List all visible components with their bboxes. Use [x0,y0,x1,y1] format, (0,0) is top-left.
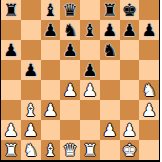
square-a8[interactable]: ♜ [1,0,21,20]
square-e7[interactable]: ♝ [80,20,100,40]
square-h5[interactable] [139,60,159,80]
square-g2[interactable]: ♟ [120,120,140,140]
piece-black-pawn[interactable]: ♟ [43,22,58,39]
chess-board-frame: ♜♝♛♜♚♟♞♝♟♟♟♟♟♞♟♟♟♟♞♝♟♟♟♟♟♟♜♞♝♛♜♚ [0,0,162,162]
piece-white-pawn[interactable]: ♟ [102,122,117,139]
square-b5[interactable]: ♟ [21,60,41,80]
square-b8[interactable] [21,0,41,20]
piece-black-knight[interactable]: ♞ [102,42,117,59]
piece-black-pawn[interactable]: ♟ [122,22,137,39]
piece-black-pawn[interactable]: ♟ [142,22,157,39]
piece-black-king[interactable]: ♚ [122,2,137,19]
square-h4[interactable]: ♞ [139,80,159,100]
square-e6[interactable] [80,40,100,60]
piece-black-bishop[interactable]: ♝ [43,2,58,19]
square-e3[interactable] [80,100,100,120]
square-d6[interactable]: ♟ [60,40,80,60]
piece-black-pawn[interactable]: ♟ [63,42,78,59]
square-f7[interactable]: ♟ [100,20,120,40]
square-d4[interactable]: ♟ [60,80,80,100]
piece-white-pawn[interactable]: ♟ [122,122,137,139]
piece-white-knight[interactable]: ♞ [142,82,157,99]
chess-board: ♜♝♛♜♚♟♞♝♟♟♟♟♟♞♟♟♟♟♞♝♟♟♟♟♟♟♜♞♝♛♜♚ [1,0,159,160]
square-b3[interactable]: ♝ [21,100,41,120]
square-a2[interactable]: ♟ [1,120,21,140]
square-d2[interactable] [60,120,80,140]
square-f3[interactable] [100,100,120,120]
square-g7[interactable]: ♟ [120,20,140,40]
piece-white-queen[interactable]: ♛ [63,142,78,159]
square-a7[interactable] [1,20,21,40]
square-a6[interactable]: ♟ [1,40,21,60]
square-g8[interactable]: ♚ [120,0,140,20]
square-g5[interactable] [120,60,140,80]
piece-black-rook[interactable]: ♜ [3,2,18,19]
square-h8[interactable] [139,0,159,20]
square-h7[interactable]: ♟ [139,20,159,40]
piece-black-queen[interactable]: ♛ [63,2,78,19]
piece-black-pawn[interactable]: ♟ [102,22,117,39]
square-d5[interactable] [60,60,80,80]
right-edge-strip [160,0,162,162]
square-a4[interactable] [1,80,21,100]
square-f1[interactable] [100,140,120,160]
square-g4[interactable] [120,80,140,100]
square-b1[interactable]: ♞ [21,140,41,160]
square-f5[interactable] [100,60,120,80]
square-a3[interactable] [1,100,21,120]
square-h3[interactable]: ♟ [139,100,159,120]
square-f4[interactable] [100,80,120,100]
piece-white-pawn[interactable]: ♟ [43,102,58,119]
square-e8[interactable] [80,0,100,20]
square-c1[interactable]: ♝ [41,140,61,160]
square-c5[interactable] [41,60,61,80]
piece-black-pawn[interactable]: ♟ [23,62,38,79]
square-b4[interactable] [21,80,41,100]
piece-black-rook[interactable]: ♜ [102,2,117,19]
piece-white-pawn[interactable]: ♟ [142,102,157,119]
piece-white-pawn[interactable]: ♟ [82,82,97,99]
square-b7[interactable] [21,20,41,40]
square-d8[interactable]: ♛ [60,0,80,20]
square-d7[interactable]: ♞ [60,20,80,40]
square-e2[interactable] [80,120,100,140]
square-e4[interactable]: ♟ [80,80,100,100]
square-c8[interactable]: ♝ [41,0,61,20]
piece-white-rook[interactable]: ♜ [3,142,18,159]
square-f8[interactable]: ♜ [100,0,120,20]
square-h6[interactable] [139,40,159,60]
piece-white-rook[interactable]: ♜ [82,142,97,159]
piece-white-pawn[interactable]: ♟ [3,122,18,139]
square-f6[interactable]: ♞ [100,40,120,60]
square-c6[interactable] [41,40,61,60]
piece-black-pawn[interactable]: ♟ [3,42,18,59]
square-d1[interactable]: ♛ [60,140,80,160]
piece-white-pawn[interactable]: ♟ [23,122,38,139]
square-c7[interactable]: ♟ [41,20,61,40]
piece-white-knight[interactable]: ♞ [23,142,38,159]
square-g3[interactable] [120,100,140,120]
square-c2[interactable] [41,120,61,140]
square-c3[interactable]: ♟ [41,100,61,120]
square-a1[interactable]: ♜ [1,140,21,160]
square-g1[interactable]: ♚ [120,140,140,160]
square-c4[interactable] [41,80,61,100]
piece-black-pawn[interactable]: ♟ [82,62,97,79]
square-g6[interactable] [120,40,140,60]
square-h1[interactable] [139,140,159,160]
square-e5[interactable]: ♟ [80,60,100,80]
piece-black-knight[interactable]: ♞ [63,22,78,39]
square-f2[interactable]: ♟ [100,120,120,140]
piece-white-pawn[interactable]: ♟ [63,82,78,99]
square-b2[interactable]: ♟ [21,120,41,140]
square-d3[interactable] [60,100,80,120]
square-a5[interactable] [1,60,21,80]
square-b6[interactable] [21,40,41,60]
piece-black-bishop[interactable]: ♝ [82,22,97,39]
square-e1[interactable]: ♜ [80,140,100,160]
piece-white-king[interactable]: ♚ [122,142,137,159]
piece-white-bishop[interactable]: ♝ [43,142,58,159]
piece-white-bishop[interactable]: ♝ [23,102,38,119]
square-h2[interactable] [139,120,159,140]
